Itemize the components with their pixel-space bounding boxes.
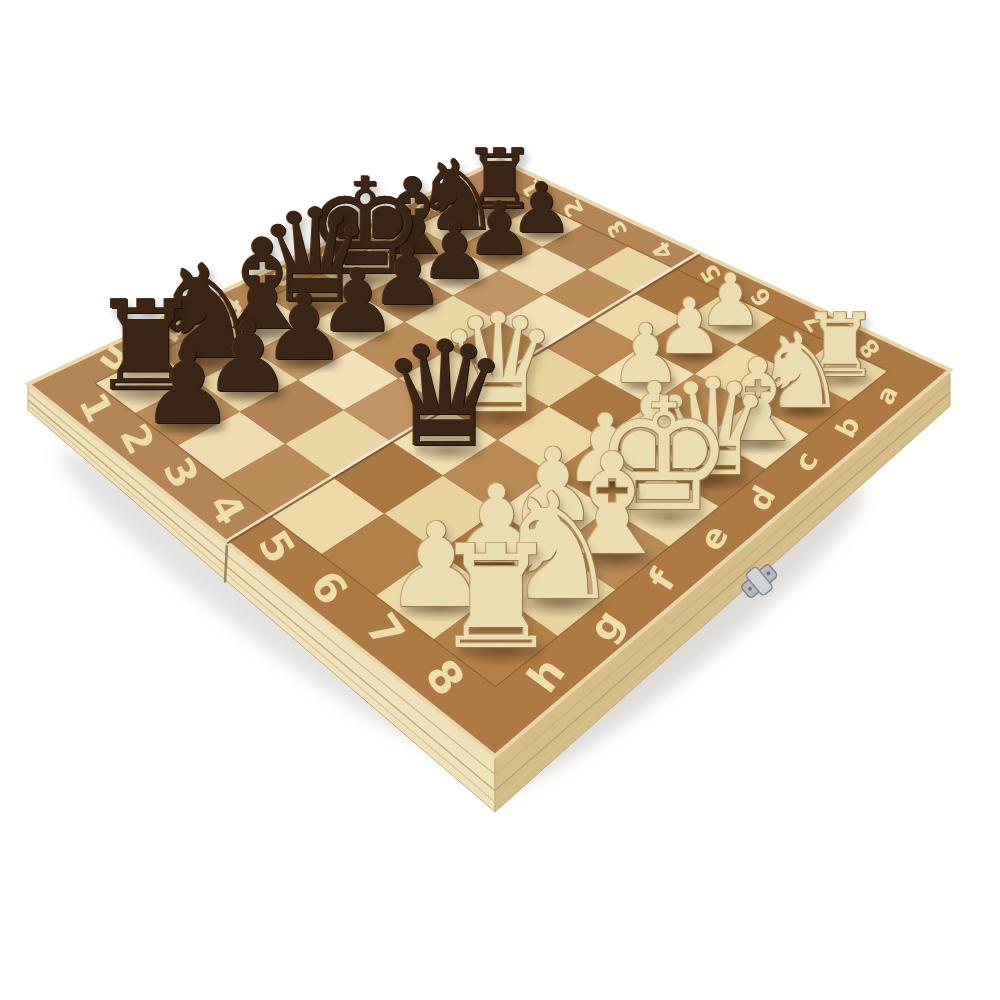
product-photo-stage: 1122334455667788aabbccddeeffgghh ♜♟♞♟♝♟♚… bbox=[0, 0, 1000, 1000]
piece-light-rook-h8[interactable]: ♜ bbox=[432, 532, 560, 663]
piece-dark-queen-f5[interactable]: ♛ bbox=[380, 327, 511, 461]
piece-dark-pawn-h2[interactable]: ♟ bbox=[140, 338, 235, 435]
